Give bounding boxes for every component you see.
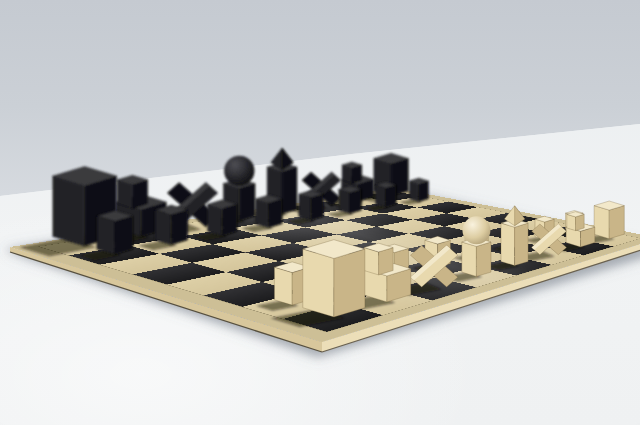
scene (0, 0, 640, 425)
